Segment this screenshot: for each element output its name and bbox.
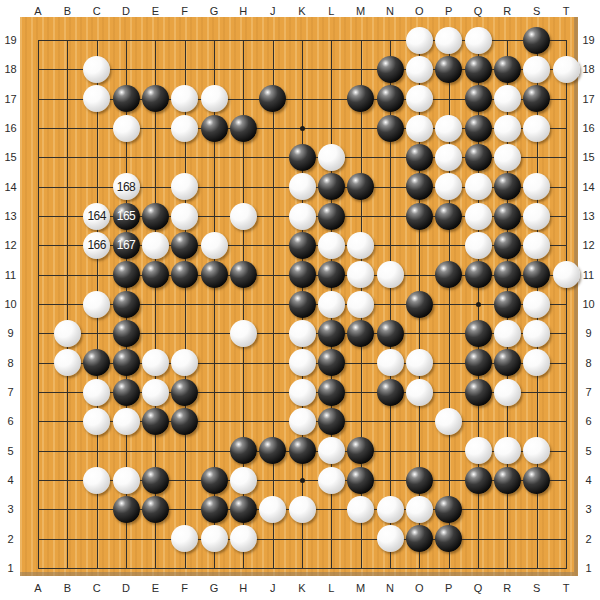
stone-white	[230, 320, 257, 347]
stone-white	[201, 525, 228, 552]
coord-label-bottom: M	[351, 581, 371, 595]
move-number-label: 164	[87, 210, 106, 222]
stone-black	[406, 291, 433, 318]
coord-label-bottom: R	[497, 581, 517, 595]
stone-black	[494, 467, 521, 494]
stone-black	[113, 85, 140, 112]
stone-black	[347, 320, 374, 347]
stone-white	[142, 349, 169, 376]
coord-label-top: A	[28, 4, 48, 18]
stone-black	[465, 144, 492, 171]
stone-black	[142, 261, 169, 288]
coord-label-right: 17	[578, 92, 599, 106]
coord-label-bottom: J	[263, 581, 283, 595]
stone-white	[347, 232, 374, 259]
stone-white	[318, 437, 345, 464]
stone-black	[113, 349, 140, 376]
coord-label-top: K	[292, 4, 312, 18]
stone-white	[230, 203, 257, 230]
coord-label-left: 17	[0, 92, 21, 106]
coord-label-top: M	[351, 4, 371, 18]
stone-black	[377, 85, 404, 112]
stone-black	[289, 144, 316, 171]
stone-white	[465, 437, 492, 464]
stone-black	[377, 115, 404, 142]
stone-black	[113, 291, 140, 318]
stone-black	[347, 467, 374, 494]
coord-label-left: 12	[0, 238, 21, 252]
coord-label-left: 18	[0, 62, 21, 76]
stone-black	[318, 349, 345, 376]
stone-white	[523, 320, 550, 347]
stone-white	[142, 379, 169, 406]
coord-label-bottom: L	[321, 581, 341, 595]
stone-black	[406, 467, 433, 494]
star-point	[300, 126, 305, 131]
stone-black	[201, 496, 228, 523]
stone-black	[494, 203, 521, 230]
stone-white: 166	[83, 232, 110, 259]
coord-label-top: L	[321, 4, 341, 18]
stone-black	[113, 496, 140, 523]
stone-white	[54, 320, 81, 347]
stone-white	[230, 467, 257, 494]
coord-label-right: 8	[578, 356, 599, 370]
coord-label-right: 2	[578, 532, 599, 546]
coord-label-left: 4	[0, 473, 21, 487]
stone-black	[113, 261, 140, 288]
stone-black	[494, 232, 521, 259]
coord-label-top: P	[439, 4, 459, 18]
stone-black	[494, 56, 521, 83]
stone-black	[523, 467, 550, 494]
coord-label-bottom: S	[527, 581, 547, 595]
stone-black	[494, 261, 521, 288]
stone-white	[289, 408, 316, 435]
stone-black	[142, 203, 169, 230]
stone-white	[406, 379, 433, 406]
coord-label-left: 14	[0, 180, 21, 194]
stone-white	[54, 349, 81, 376]
coord-label-top: S	[527, 4, 547, 18]
stone-black	[201, 115, 228, 142]
stone-white	[83, 408, 110, 435]
coord-label-top: T	[556, 4, 576, 18]
go-diagram: AABBCCDDEEFFGGHHJJKKLLMMNNOOPPQQRRSSTT19…	[0, 0, 600, 600]
stone-black	[289, 291, 316, 318]
stone-white	[435, 27, 462, 54]
coord-label-right: 4	[578, 473, 599, 487]
stone-white	[201, 85, 228, 112]
stone-white	[318, 291, 345, 318]
coord-label-left: 2	[0, 532, 21, 546]
stone-white	[406, 496, 433, 523]
stone-black	[142, 85, 169, 112]
stone-white	[406, 85, 433, 112]
stone-white: 164	[83, 203, 110, 230]
coord-label-right: 12	[578, 238, 599, 252]
coord-label-left: 1	[0, 561, 21, 575]
stone-white	[289, 379, 316, 406]
stone-white	[494, 379, 521, 406]
coord-label-left: 13	[0, 209, 21, 223]
coord-label-bottom: P	[439, 581, 459, 595]
stone-black	[142, 467, 169, 494]
stone-white	[318, 144, 345, 171]
stone-black	[171, 232, 198, 259]
coord-label-left: 9	[0, 326, 21, 340]
stone-black	[494, 349, 521, 376]
stone-black	[201, 467, 228, 494]
stone-black	[289, 261, 316, 288]
coord-label-left: 3	[0, 502, 21, 516]
coord-label-left: 6	[0, 414, 21, 428]
coord-label-right: 9	[578, 326, 599, 340]
coord-label-top: J	[263, 4, 283, 18]
stone-black	[142, 408, 169, 435]
stone-white	[201, 232, 228, 259]
stone-black	[201, 261, 228, 288]
move-number-label: 165	[117, 210, 136, 222]
coord-label-top: F	[175, 4, 195, 18]
coord-label-right: 7	[578, 385, 599, 399]
stone-white	[318, 467, 345, 494]
stone-white	[435, 115, 462, 142]
coord-label-bottom: T	[556, 581, 576, 595]
stone-white	[377, 525, 404, 552]
stone-white	[465, 173, 492, 200]
stone-white	[494, 115, 521, 142]
stone-black	[406, 173, 433, 200]
stone-white	[171, 115, 198, 142]
coord-label-left: 10	[0, 297, 21, 311]
coord-label-right: 6	[578, 414, 599, 428]
coord-label-left: 11	[0, 268, 21, 282]
coord-label-bottom: O	[409, 581, 429, 595]
star-point	[476, 302, 481, 307]
stone-black	[230, 496, 257, 523]
coord-label-right: 5	[578, 444, 599, 458]
stone-white	[113, 115, 140, 142]
stone-white	[523, 291, 550, 318]
stone-black	[465, 349, 492, 376]
coord-label-right: 19	[578, 33, 599, 47]
coord-label-left: 15	[0, 150, 21, 164]
star-point	[300, 478, 305, 483]
coord-label-bottom: A	[28, 581, 48, 595]
stone-black	[318, 173, 345, 200]
stone-white	[465, 232, 492, 259]
stone-black	[113, 320, 140, 347]
stone-white	[406, 56, 433, 83]
coord-label-top: Q	[468, 4, 488, 18]
stone-white	[142, 232, 169, 259]
coord-label-left: 7	[0, 385, 21, 399]
stone-white	[259, 496, 286, 523]
stone-black	[523, 27, 550, 54]
stone-black	[494, 173, 521, 200]
stone-black	[289, 437, 316, 464]
stone-white	[406, 115, 433, 142]
stone-white	[230, 525, 257, 552]
stone-black	[318, 320, 345, 347]
stone-black	[406, 144, 433, 171]
stone-white	[406, 27, 433, 54]
stone-white	[347, 496, 374, 523]
coord-label-bottom: N	[380, 581, 400, 595]
coord-label-bottom: K	[292, 581, 312, 595]
stone-white	[171, 203, 198, 230]
stone-black	[465, 115, 492, 142]
stone-white	[289, 496, 316, 523]
stone-black: 167	[113, 232, 140, 259]
coord-label-top: D	[116, 4, 136, 18]
coord-label-bottom: B	[57, 581, 77, 595]
stone-black	[230, 115, 257, 142]
stone-black	[230, 437, 257, 464]
coord-label-right: 15	[578, 150, 599, 164]
coord-label-right: 18	[578, 62, 599, 76]
stone-black	[318, 261, 345, 288]
stone-black	[406, 525, 433, 552]
stone-white	[406, 349, 433, 376]
stone-black	[142, 496, 169, 523]
stone-black	[435, 496, 462, 523]
stone-white	[289, 203, 316, 230]
stone-white	[83, 379, 110, 406]
move-number-label: 167	[117, 239, 136, 251]
coord-label-bottom: G	[204, 581, 224, 595]
coord-label-top: H	[233, 4, 253, 18]
stone-black	[113, 379, 140, 406]
coord-label-top: N	[380, 4, 400, 18]
stone-black	[318, 379, 345, 406]
stone-white: 168	[113, 173, 140, 200]
stone-black	[435, 56, 462, 83]
coord-label-bottom: E	[145, 581, 165, 595]
coord-label-right: 10	[578, 297, 599, 311]
grid-line-horizontal	[38, 568, 567, 569]
stone-white	[494, 320, 521, 347]
coord-label-right: 3	[578, 502, 599, 516]
stone-white	[494, 144, 521, 171]
stone-black	[377, 379, 404, 406]
stone-white	[523, 232, 550, 259]
stone-white	[113, 408, 140, 435]
grid-line-vertical	[566, 40, 567, 569]
stone-white	[494, 85, 521, 112]
stone-black	[171, 408, 198, 435]
stone-black: 165	[113, 203, 140, 230]
stone-white	[553, 56, 580, 83]
stone-white	[83, 467, 110, 494]
coord-label-left: 16	[0, 121, 21, 135]
coord-label-top: O	[409, 4, 429, 18]
coord-label-bottom: H	[233, 581, 253, 595]
stone-black	[406, 203, 433, 230]
stone-white	[289, 349, 316, 376]
stone-white	[523, 203, 550, 230]
stone-black	[377, 320, 404, 347]
stone-white	[347, 291, 374, 318]
stone-black	[465, 379, 492, 406]
stone-white	[377, 261, 404, 288]
grid-line-horizontal	[38, 539, 567, 540]
stone-black	[435, 203, 462, 230]
stone-white	[318, 232, 345, 259]
stone-black	[171, 379, 198, 406]
coord-label-right: 16	[578, 121, 599, 135]
coord-label-top: E	[145, 4, 165, 18]
stone-black	[289, 232, 316, 259]
stone-white	[83, 56, 110, 83]
coord-label-top: G	[204, 4, 224, 18]
coord-label-right: 11	[578, 268, 599, 282]
coord-label-right: 1	[578, 561, 599, 575]
coord-label-top: R	[497, 4, 517, 18]
stone-white	[465, 27, 492, 54]
stone-black	[465, 85, 492, 112]
stone-black	[465, 56, 492, 83]
coord-label-top: C	[87, 4, 107, 18]
coord-label-bottom: Q	[468, 581, 488, 595]
stone-white	[289, 173, 316, 200]
stone-black	[465, 320, 492, 347]
stone-white	[377, 349, 404, 376]
coord-label-left: 8	[0, 356, 21, 370]
move-number-label: 168	[117, 181, 136, 193]
coord-label-bottom: C	[87, 581, 107, 595]
coord-label-right: 14	[578, 180, 599, 194]
coord-label-top: B	[57, 4, 77, 18]
stone-black	[494, 291, 521, 318]
stone-white	[113, 467, 140, 494]
coord-label-bottom: F	[175, 581, 195, 595]
coord-label-left: 19	[0, 33, 21, 47]
stone-black	[465, 261, 492, 288]
stone-white	[494, 437, 521, 464]
stone-white	[289, 320, 316, 347]
stone-black	[318, 408, 345, 435]
coord-label-left: 5	[0, 444, 21, 458]
stone-white	[523, 56, 550, 83]
stone-white	[435, 144, 462, 171]
move-number-label: 166	[87, 239, 106, 251]
stone-black	[318, 203, 345, 230]
stone-white	[435, 408, 462, 435]
stone-white	[377, 496, 404, 523]
coord-label-bottom: D	[116, 581, 136, 595]
stone-white	[553, 261, 580, 288]
stone-black	[377, 56, 404, 83]
stone-white	[83, 291, 110, 318]
stone-white	[523, 115, 550, 142]
coord-label-right: 13	[578, 209, 599, 223]
stone-white	[465, 203, 492, 230]
stone-black	[465, 467, 492, 494]
stone-black	[230, 261, 257, 288]
